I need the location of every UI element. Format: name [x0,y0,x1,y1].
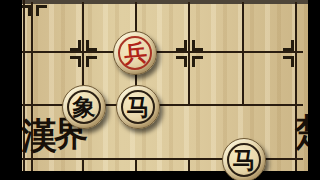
piece-glyph: 兵 [123,41,148,66]
grid-file-line-4-upper [188,2,190,106]
marker-bracket [86,40,97,51]
marker-bracket [70,40,81,51]
marker-bracket [70,56,81,67]
piece-glyph: 马 [233,149,256,172]
piece-red-soldier[interactable]: 兵 [113,31,157,75]
video-frame: 漢 界 楚 兵 象 马 马 [0,0,320,180]
piece-black-horse-upper[interactable]: 马 [116,85,160,129]
river-text-han: 漢 [22,112,57,161]
piece-black-elephant[interactable]: 象 [62,85,106,129]
marker-bracket [283,40,294,51]
marker-bracket [192,56,203,67]
xiangqi-board: 漢 界 楚 [22,0,308,171]
grid-rank-line-soldier [22,51,303,53]
marker-bracket [86,56,97,67]
board-top-edge-line [22,0,308,4]
piece-glyph: 象 [73,96,96,119]
piece-black-horse-lower[interactable]: 马 [222,138,266,180]
marker-bracket [283,56,294,67]
marker-bracket [22,5,31,16]
marker-bracket [176,40,187,51]
marker-bracket [36,5,47,16]
marker-bracket [176,56,187,67]
marker-bracket [192,40,203,51]
grid-file-line-5-upper [242,2,244,106]
river-text-chu-partial: 楚 [295,108,308,157]
piece-glyph: 马 [127,96,150,119]
